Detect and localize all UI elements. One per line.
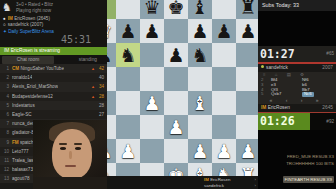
standing-title: FM — [12, 140, 19, 145]
standing-rank: 13 — [0, 174, 9, 183]
subs-today-counter: Subs Today: 33 — [258, 0, 336, 11]
square-c4[interactable] — [116, 91, 140, 115]
lichess-knight-logo-icon: ♞ — [2, 1, 12, 14]
black-pawn-d7: ♟ — [140, 19, 164, 43]
standing-name: NinguSaber YouTube — [20, 64, 64, 73]
square-c7[interactable]: ♟ — [116, 19, 140, 43]
standing-row[interactable]: 3Alexis_Eriol_MarShow▲34 — [0, 82, 107, 91]
square-h2[interactable]: ♟ — [236, 139, 260, 163]
standing-score: 34 — [99, 82, 104, 91]
square-h3[interactable] — [236, 115, 260, 139]
black-piece-icon: ○ — [3, 22, 6, 27]
alert-line: FRED_MUE RESUB X3 — [258, 153, 334, 160]
black-queen-d8: ♛ — [140, 0, 164, 19]
square-d2[interactable] — [140, 139, 164, 163]
standing-score: 42 — [99, 64, 104, 73]
square-d5[interactable] — [140, 67, 164, 91]
player-name: EricRosen — [14, 16, 35, 21]
square-e4[interactable] — [164, 91, 188, 115]
active-clock-time: 01:26 — [258, 113, 310, 130]
white-pawn-f2: ♟ — [188, 139, 212, 163]
alert-line: FINTEARTH RESUB X9 — [258, 167, 334, 185]
tournament-link[interactable]: ✦ Daily SuperBlitz Arena — [3, 29, 54, 34]
square-h6[interactable] — [236, 43, 260, 67]
square-e6[interactable]: ♟ — [164, 43, 188, 67]
panel-player-rating: 2007 — [322, 64, 333, 72]
square-d7[interactable]: ♟ — [140, 19, 164, 43]
white-pawn-c2: ♟ — [116, 139, 140, 163]
tab-chat-room[interactable]: Chat room — [2, 56, 54, 64]
standing-rank: 12 — [0, 165, 9, 174]
black-rook-h8: ♜ — [236, 0, 260, 19]
standing-name: Budapestdefense12 — [12, 92, 53, 101]
white-bishop-f4: ♝ — [188, 91, 212, 115]
twitch-alerts-ticker: FRED_MUE RESUB X3TROHHHHHH 100 BITSFINTE… — [258, 153, 334, 185]
standing-row[interactable]: 6Eagle-SC27 — [0, 110, 107, 119]
square-g5[interactable] — [212, 67, 236, 91]
standing-rank: 10 — [0, 147, 9, 156]
square-c2[interactable]: ♟ — [116, 139, 140, 163]
standing-row[interactable]: 4Budapestdefense12▲28 — [0, 92, 107, 101]
white-piece-icon: ● — [3, 16, 6, 21]
square-e8[interactable]: ♚ — [164, 0, 188, 19]
streak-fire-icon: ▲ — [91, 64, 95, 73]
square-e2[interactable] — [164, 139, 188, 163]
chevron-right-icon[interactable]: › — [255, 183, 256, 189]
streaming-banner[interactable]: IM EricRosen is streaming — [0, 47, 107, 55]
standing-name: ronaldo14 — [12, 73, 32, 82]
player-rating: (2007) — [30, 22, 43, 27]
move-list: 2Bf4Nf63e3b64Qf3Bb75Qxb7Nc6 — [258, 78, 336, 97]
standing-name: Alexis_Eriol_MarShow — [12, 82, 58, 91]
overlay-player-black[interactable]: sandefrick › — [204, 183, 256, 189]
square-f6[interactable]: ♞ — [188, 43, 212, 67]
sidebar-tabs: Chat room standing — [0, 55, 107, 64]
standing-row[interactable]: 2ronaldo1440 — [0, 73, 107, 82]
square-h8[interactable]: ♜ — [236, 0, 260, 19]
standing-rank: 9 — [0, 138, 9, 147]
active-clock: 01:26 #92 — [258, 113, 336, 130]
black-pawn-f7: ♟ — [188, 19, 212, 43]
square-f8[interactable]: ♝ — [188, 0, 212, 19]
game-status-label: Playing right now — [16, 8, 51, 13]
square-g7[interactable]: ♟ — [212, 19, 236, 43]
panel-player-rating: 2645 — [322, 104, 333, 112]
black-knight-f6: ♞ — [188, 43, 212, 67]
white-pawn-g2: ♟ — [212, 139, 236, 163]
black-pawn-h7: ♟ — [236, 19, 260, 43]
standing-rank: 1 — [0, 64, 9, 73]
square-e5[interactable] — [164, 67, 188, 91]
white-pawn-e3: ♟ — [164, 115, 188, 139]
move-nav-buttons[interactable]: « ‹ › » — [258, 97, 336, 104]
square-c3[interactable] — [116, 115, 140, 139]
stream-screenshot: ♜♛♚♝♜♟♛♟♟♟♟♟♟♞♟♞♟♝♟♟♟♟♟♟♟♜a♞bcd♚e♝f♞g♜h … — [0, 0, 336, 189]
standing-rank: 5 — [0, 101, 9, 110]
black-king-e8: ♚ — [164, 0, 188, 19]
square-g2[interactable]: ♟ — [212, 139, 236, 163]
standing-row[interactable]: 1CM NinguSaber YouTube▲42 — [0, 64, 107, 73]
square-f7[interactable]: ♟ — [188, 19, 212, 43]
overlay-black-name: sandefrick — [204, 183, 224, 188]
bottom-player-overlay: IM EricRosen › sandefrick › — [107, 176, 258, 189]
square-g4[interactable] — [212, 91, 236, 115]
square-f2[interactable]: ♟ — [188, 139, 212, 163]
panel-player-name: sandefrick — [266, 65, 288, 70]
square-e7[interactable] — [164, 19, 188, 43]
standing-row[interactable]: 5Indestartus28 — [0, 101, 107, 110]
black-pawn-c7: ♟ — [116, 19, 140, 43]
active-clock-bg: 01:26 — [258, 113, 310, 130]
opponent-clock-time: 01:27 — [258, 46, 336, 62]
panel-player-black[interactable]: sandefrick 2007 — [258, 64, 336, 72]
square-g6[interactable] — [212, 43, 236, 67]
square-c6[interactable]: ♞ — [116, 43, 140, 67]
square-f5[interactable] — [188, 67, 212, 91]
standing-score: 40 — [99, 73, 104, 82]
standing-rank: 8 — [0, 128, 9, 137]
opponent-tournament-rank: #65 — [326, 51, 334, 56]
alert-line: TROHHHHHH 100 BITS — [258, 160, 334, 167]
overlay-white-title: IM — [204, 177, 209, 182]
standing-rank: 6 — [0, 110, 9, 119]
square-c5[interactable] — [116, 67, 140, 91]
square-d8[interactable]: ♛ — [140, 0, 164, 19]
square-g8[interactable] — [212, 0, 236, 19]
square-g3[interactable] — [212, 115, 236, 139]
square-d4[interactable]: ♟ — [140, 91, 164, 115]
game-mode-label: 3+0 • Rated • Blitz — [16, 2, 53, 7]
panel-player-name: EricRosen — [268, 105, 290, 110]
black-pawn-g7: ♟ — [212, 19, 236, 43]
square-h7[interactable]: ♟ — [236, 19, 260, 43]
standing-name: Leto777 — [12, 147, 29, 156]
game-meta: ♞ 3+0 • Rated • Blitz Playing right now … — [0, 0, 107, 47]
alert-highlighted: FINTEARTH RESUB X9 — [283, 176, 335, 183]
standing-name: Eagle-SC — [12, 110, 32, 119]
streak-fire-icon: ▲ — [91, 82, 95, 91]
player-row-white[interactable]: ●IM EricRosen (2645) — [3, 16, 50, 21]
standing-rank: 2 — [0, 73, 9, 82]
overlay-white-name: EricRosen — [210, 177, 230, 182]
tab-standing[interactable]: standing — [79, 56, 97, 64]
black-bishop-f8: ♝ — [188, 0, 212, 19]
standing-rank: 11 — [0, 156, 9, 165]
panel-player-title: IM — [261, 105, 266, 110]
square-e3[interactable]: ♟ — [164, 115, 188, 139]
square-d6[interactable] — [140, 43, 164, 67]
standing-title: CM — [12, 66, 19, 71]
square-d3[interactable] — [140, 115, 164, 139]
standing-rank: 7 — [0, 119, 9, 128]
white-pawn-d4: ♟ — [140, 91, 164, 115]
square-h5[interactable] — [236, 67, 260, 91]
square-f3[interactable] — [188, 115, 212, 139]
standing-name: balasax73 — [12, 165, 33, 174]
player-rating: (2645) — [37, 16, 50, 21]
trophy-icon: ✦ — [3, 29, 7, 34]
panel-player-white[interactable]: IM EricRosen 2645 — [258, 104, 336, 112]
black-pawn-e6: ♟ — [164, 43, 188, 67]
standing-score: 28 — [99, 101, 104, 110]
streak-fire-icon: ▲ — [91, 92, 95, 101]
opponent-clock: 01:27 #65 — [258, 46, 336, 62]
black-knight-c6: ♞ — [116, 43, 140, 67]
standing-score: 28 — [99, 92, 104, 101]
online-dot-icon — [261, 65, 264, 68]
streamer-face — [52, 129, 92, 179]
streamer-shirt — [33, 177, 107, 189]
right-panel: Subs Today: 33 01:27 #65 sandefrick 2007… — [258, 0, 336, 189]
square-c8[interactable] — [116, 0, 140, 19]
streamer-webcam — [33, 120, 107, 189]
standing-rank: 3 — [0, 82, 9, 91]
white-pawn-h2: ♟ — [236, 139, 260, 163]
player-title: IM — [8, 16, 13, 21]
player-row-black[interactable]: ○sandefrick (2007) — [3, 22, 43, 27]
standing-rank: 4 — [0, 92, 9, 101]
standing-score: 27 — [99, 110, 104, 119]
player-name: sandefrick — [8, 22, 29, 27]
standing-name: Indestartus — [12, 101, 35, 110]
square-h4[interactable] — [236, 91, 260, 115]
standing-name: agouti78 — [12, 174, 30, 183]
square-f4[interactable]: ♝ — [188, 91, 212, 115]
player-tournament-rank: #92 — [326, 119, 334, 124]
tournament-clock: 45:31 — [61, 34, 91, 45]
